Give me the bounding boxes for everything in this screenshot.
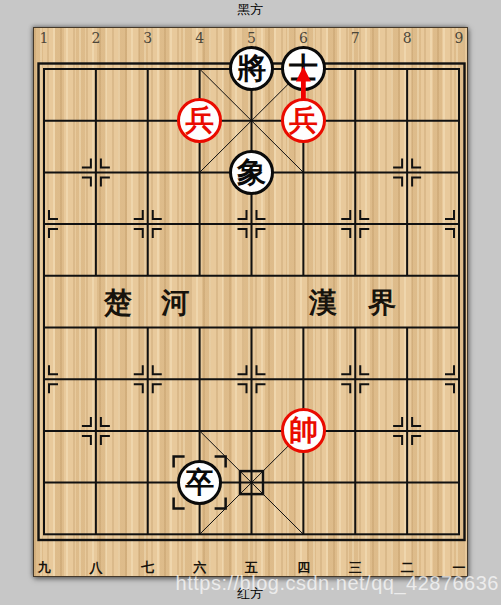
piece-glyph: 帥: [289, 416, 318, 445]
piece-glyph: 將: [237, 54, 266, 83]
piece-black-象[interactable]: 象: [229, 150, 274, 195]
piece-red-兵[interactable]: 兵: [177, 98, 222, 143]
piece-red-帥[interactable]: 帥: [281, 408, 326, 453]
piece-black-將[interactable]: 將: [229, 46, 274, 91]
file-numeral-label: 七: [141, 559, 154, 577]
piece-glyph: 象: [237, 158, 266, 187]
xiangqi-board: 將士兵兵象帥卒 123456789九八七六五四三二一楚河漢界: [33, 27, 468, 577]
piece-layer: 將士兵兵象帥卒: [18, 43, 485, 560]
piece-glyph: 士: [289, 54, 318, 83]
file-numeral-label: 八: [89, 559, 102, 577]
piece-glyph: 兵: [289, 106, 318, 135]
black-side-label: 黑方: [237, 1, 263, 19]
piece-black-士[interactable]: 士: [281, 46, 326, 91]
piece-red-兵[interactable]: 兵: [281, 98, 326, 143]
piece-glyph: 卒: [185, 468, 214, 497]
piece-black-卒[interactable]: 卒: [177, 460, 222, 505]
piece-glyph: 兵: [185, 106, 214, 135]
file-numeral-label: 九: [38, 559, 51, 577]
watermark: https://blog.csdn.net/qq_42876636: [176, 572, 499, 595]
